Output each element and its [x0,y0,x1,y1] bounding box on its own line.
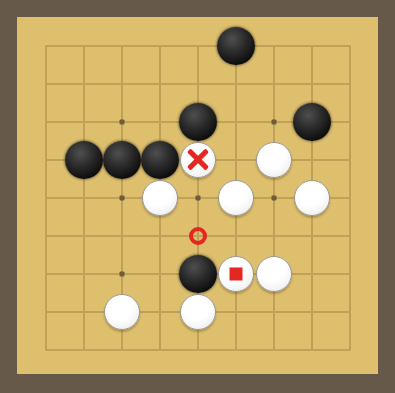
black-stone[interactable] [217,27,255,65]
star-point [119,195,124,200]
go-board[interactable] [17,17,378,374]
white-stone[interactable] [256,256,292,292]
grid-line [349,45,351,351]
black-stone[interactable] [179,103,217,141]
star-point [271,119,276,124]
board-frame [0,0,395,393]
black-stone[interactable] [141,141,179,179]
black-stone[interactable] [103,141,141,179]
black-stone[interactable] [293,103,331,141]
white-stone[interactable] [142,180,178,216]
black-stone[interactable] [179,255,217,293]
star-point [119,119,124,124]
star-point [119,271,124,276]
white-stone[interactable] [294,180,330,216]
grid-line [45,349,351,351]
white-stone[interactable] [256,142,292,178]
star-point [195,195,200,200]
white-stone[interactable] [104,294,140,330]
circle-marker [189,227,207,245]
cross-marker [184,146,212,174]
star-point [271,195,276,200]
white-stone[interactable] [218,180,254,216]
square-marker [229,267,242,280]
white-stone[interactable] [180,294,216,330]
black-stone[interactable] [65,141,103,179]
